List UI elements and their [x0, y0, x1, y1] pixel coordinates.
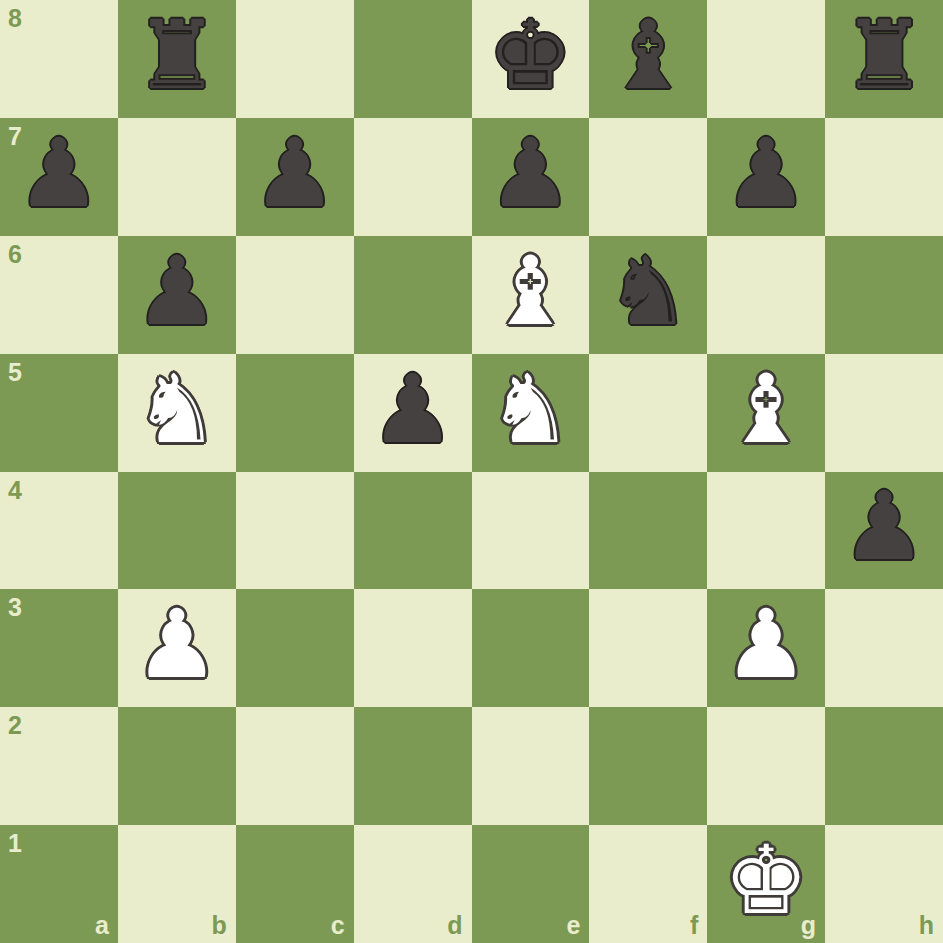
- square-g2[interactable]: [707, 707, 825, 825]
- square-f6[interactable]: ♞: [589, 236, 707, 354]
- square-a7[interactable]: 7♟: [0, 118, 118, 236]
- file-label-f: f: [690, 913, 698, 938]
- square-g1[interactable]: g♚: [707, 825, 825, 943]
- square-c6[interactable]: [236, 236, 354, 354]
- square-c2[interactable]: [236, 707, 354, 825]
- rank-label-4: 4: [8, 478, 22, 503]
- square-h1[interactable]: h: [825, 825, 943, 943]
- square-h5[interactable]: [825, 354, 943, 472]
- square-f3[interactable]: [589, 589, 707, 707]
- square-c8[interactable]: [236, 0, 354, 118]
- square-a4[interactable]: 4: [0, 472, 118, 590]
- square-e6[interactable]: ♝: [472, 236, 590, 354]
- file-label-h: h: [919, 913, 934, 938]
- square-a3[interactable]: 3: [0, 589, 118, 707]
- piece-black-knight[interactable]: ♞: [606, 236, 691, 350]
- square-g6[interactable]: [707, 236, 825, 354]
- square-e5[interactable]: ♞: [472, 354, 590, 472]
- rank-label-3: 3: [8, 595, 22, 620]
- square-d5[interactable]: ♟: [354, 354, 472, 472]
- piece-white-knight[interactable]: ♞: [488, 354, 573, 468]
- square-e8[interactable]: ♚: [472, 0, 590, 118]
- square-c5[interactable]: [236, 354, 354, 472]
- square-a6[interactable]: 6: [0, 236, 118, 354]
- square-c7[interactable]: ♟: [236, 118, 354, 236]
- piece-black-pawn[interactable]: ♟: [16, 118, 101, 232]
- square-f4[interactable]: [589, 472, 707, 590]
- file-label-a: a: [95, 913, 109, 938]
- rank-label-1: 1: [8, 831, 22, 856]
- square-e3[interactable]: [472, 589, 590, 707]
- piece-black-king[interactable]: ♚: [488, 0, 573, 114]
- square-b2[interactable]: [118, 707, 236, 825]
- file-label-d: d: [447, 913, 462, 938]
- square-d4[interactable]: [354, 472, 472, 590]
- square-c3[interactable]: [236, 589, 354, 707]
- rank-label-2: 2: [8, 713, 22, 738]
- square-a8[interactable]: 8: [0, 0, 118, 118]
- piece-black-pawn[interactable]: ♟: [252, 118, 337, 232]
- square-f1[interactable]: f: [589, 825, 707, 943]
- square-b3[interactable]: ♟: [118, 589, 236, 707]
- file-label-e: e: [566, 913, 580, 938]
- square-c4[interactable]: [236, 472, 354, 590]
- square-h2[interactable]: [825, 707, 943, 825]
- chess-board: 8♜♚♝♜7♟♟♟♟6♟♝♞5♞♟♞♝4♟3♟♟21abcdefg♚h: [0, 0, 943, 943]
- square-b1[interactable]: b: [118, 825, 236, 943]
- square-f8[interactable]: ♝: [589, 0, 707, 118]
- square-b4[interactable]: [118, 472, 236, 590]
- square-e1[interactable]: e: [472, 825, 590, 943]
- square-d1[interactable]: d: [354, 825, 472, 943]
- square-h7[interactable]: [825, 118, 943, 236]
- square-h6[interactable]: [825, 236, 943, 354]
- square-d2[interactable]: [354, 707, 472, 825]
- square-b8[interactable]: ♜: [118, 0, 236, 118]
- square-g3[interactable]: ♟: [707, 589, 825, 707]
- piece-black-pawn[interactable]: ♟: [134, 236, 219, 350]
- square-f7[interactable]: [589, 118, 707, 236]
- square-h8[interactable]: ♜: [825, 0, 943, 118]
- square-d3[interactable]: [354, 589, 472, 707]
- square-g8[interactable]: [707, 0, 825, 118]
- piece-black-rook[interactable]: ♜: [841, 0, 926, 114]
- piece-white-bishop[interactable]: ♝: [724, 354, 809, 468]
- square-g5[interactable]: ♝: [707, 354, 825, 472]
- square-d7[interactable]: [354, 118, 472, 236]
- piece-black-pawn[interactable]: ♟: [841, 472, 926, 586]
- square-g4[interactable]: [707, 472, 825, 590]
- piece-black-pawn[interactable]: ♟: [370, 354, 455, 468]
- square-c1[interactable]: c: [236, 825, 354, 943]
- square-b6[interactable]: ♟: [118, 236, 236, 354]
- square-b5[interactable]: ♞: [118, 354, 236, 472]
- file-label-c: c: [331, 913, 345, 938]
- square-h4[interactable]: ♟: [825, 472, 943, 590]
- file-label-b: b: [211, 913, 226, 938]
- square-h3[interactable]: [825, 589, 943, 707]
- square-e7[interactable]: ♟: [472, 118, 590, 236]
- piece-white-pawn[interactable]: ♟: [724, 589, 809, 703]
- piece-white-pawn[interactable]: ♟: [134, 589, 219, 703]
- rank-label-5: 5: [8, 360, 22, 385]
- square-a1[interactable]: 1a: [0, 825, 118, 943]
- rank-label-6: 6: [8, 242, 22, 267]
- rank-label-8: 8: [8, 6, 22, 31]
- square-e4[interactable]: [472, 472, 590, 590]
- square-f5[interactable]: [589, 354, 707, 472]
- piece-white-king[interactable]: ♚: [724, 825, 809, 939]
- square-b7[interactable]: [118, 118, 236, 236]
- piece-black-pawn[interactable]: ♟: [488, 118, 573, 232]
- piece-black-bishop[interactable]: ♝: [606, 0, 691, 114]
- square-e2[interactable]: [472, 707, 590, 825]
- square-d6[interactable]: [354, 236, 472, 354]
- square-f2[interactable]: [589, 707, 707, 825]
- piece-black-pawn[interactable]: ♟: [724, 118, 809, 232]
- piece-white-knight[interactable]: ♞: [134, 354, 219, 468]
- square-a2[interactable]: 2: [0, 707, 118, 825]
- piece-white-bishop[interactable]: ♝: [488, 236, 573, 350]
- piece-black-rook[interactable]: ♜: [134, 0, 219, 114]
- square-a5[interactable]: 5: [0, 354, 118, 472]
- square-g7[interactable]: ♟: [707, 118, 825, 236]
- square-d8[interactable]: [354, 0, 472, 118]
